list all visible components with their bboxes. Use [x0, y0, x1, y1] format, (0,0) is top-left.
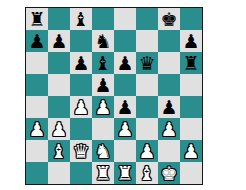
- piece-white-rook-e1: ♜: [116, 162, 133, 184]
- square-e7[interactable]: [114, 30, 136, 52]
- square-a1[interactable]: [26, 162, 48, 184]
- square-g2[interactable]: [158, 140, 180, 162]
- square-d4[interactable]: ♟: [92, 96, 114, 118]
- piece-white-pawn-h2: ♟: [182, 140, 199, 162]
- chess-board: ♜♝♚♟♟♞♟♟♝♟♛♜♟♟♟♟♟♟♟♟♟♝♛♞♟♟♜♜♝♚: [25, 7, 203, 185]
- square-b7[interactable]: ♟: [48, 30, 70, 52]
- square-d5[interactable]: ♟: [92, 74, 114, 96]
- chess-board-grid: ♜♝♚♟♟♞♟♟♝♟♛♜♟♟♟♟♟♟♟♟♟♝♛♞♟♟♜♜♝♚: [26, 8, 202, 184]
- square-c6[interactable]: ♟: [70, 52, 92, 74]
- square-d2[interactable]: ♞: [92, 140, 114, 162]
- square-h7[interactable]: ♟: [180, 30, 202, 52]
- piece-white-queen-c2: ♛: [72, 140, 89, 162]
- piece-black-pawn-e4: ♟: [116, 96, 133, 118]
- square-a5[interactable]: [26, 74, 48, 96]
- square-h1[interactable]: [180, 162, 202, 184]
- square-b5[interactable]: [48, 74, 70, 96]
- square-f2[interactable]: ♟: [136, 140, 158, 162]
- piece-black-bishop-c8: ♝: [72, 8, 89, 30]
- square-c7[interactable]: [70, 30, 92, 52]
- piece-black-pawn-a7: ♟: [28, 30, 45, 52]
- square-e4[interactable]: ♟: [114, 96, 136, 118]
- piece-white-pawn-e3: ♟: [116, 118, 133, 140]
- piece-white-bishop-f1: ♝: [138, 162, 155, 184]
- square-f1[interactable]: ♝: [136, 162, 158, 184]
- square-d1[interactable]: ♜: [92, 162, 114, 184]
- square-h8[interactable]: [180, 8, 202, 30]
- square-f5[interactable]: [136, 74, 158, 96]
- piece-black-pawn-c6: ♟: [72, 52, 89, 74]
- piece-black-queen-f6: ♛: [138, 52, 155, 74]
- square-c4[interactable]: ♟: [70, 96, 92, 118]
- square-c3[interactable]: [70, 118, 92, 140]
- piece-black-pawn-g4: ♟: [160, 96, 177, 118]
- piece-white-pawn-a3: ♟: [28, 118, 45, 140]
- square-h6[interactable]: ♜: [180, 52, 202, 74]
- square-a8[interactable]: ♜: [26, 8, 48, 30]
- square-f7[interactable]: [136, 30, 158, 52]
- piece-white-pawn-c4: ♟: [72, 96, 89, 118]
- square-a7[interactable]: ♟: [26, 30, 48, 52]
- square-e3[interactable]: ♟: [114, 118, 136, 140]
- piece-black-king-g8: ♚: [160, 8, 177, 30]
- square-h2[interactable]: ♟: [180, 140, 202, 162]
- square-d8[interactable]: [92, 8, 114, 30]
- piece-white-pawn-g3: ♟: [160, 118, 177, 140]
- square-h4[interactable]: [180, 96, 202, 118]
- square-g5[interactable]: [158, 74, 180, 96]
- square-c1[interactable]: [70, 162, 92, 184]
- square-e6[interactable]: ♟: [114, 52, 136, 74]
- square-d7[interactable]: ♞: [92, 30, 114, 52]
- square-g4[interactable]: ♟: [158, 96, 180, 118]
- piece-white-pawn-b3: ♟: [50, 118, 67, 140]
- square-f4[interactable]: [136, 96, 158, 118]
- square-b4[interactable]: [48, 96, 70, 118]
- square-b6[interactable]: [48, 52, 70, 74]
- square-e8[interactable]: [114, 8, 136, 30]
- piece-white-bishop-b2: ♝: [50, 140, 67, 162]
- square-g3[interactable]: ♟: [158, 118, 180, 140]
- square-d3[interactable]: [92, 118, 114, 140]
- square-a6[interactable]: [26, 52, 48, 74]
- square-b3[interactable]: ♟: [48, 118, 70, 140]
- square-a4[interactable]: [26, 96, 48, 118]
- piece-black-bishop-d6: ♝: [94, 52, 111, 74]
- piece-white-rook-d1: ♜: [94, 162, 111, 184]
- square-f3[interactable]: [136, 118, 158, 140]
- square-h5[interactable]: [180, 74, 202, 96]
- piece-white-pawn-d4: ♟: [94, 96, 111, 118]
- square-e2[interactable]: [114, 140, 136, 162]
- piece-black-pawn-d5: ♟: [94, 74, 111, 96]
- piece-black-knight-d7: ♞: [94, 30, 111, 52]
- square-f6[interactable]: ♛: [136, 52, 158, 74]
- square-g8[interactable]: ♚: [158, 8, 180, 30]
- square-b8[interactable]: [48, 8, 70, 30]
- piece-black-pawn-h7: ♟: [182, 30, 199, 52]
- square-c5[interactable]: [70, 74, 92, 96]
- square-c8[interactable]: ♝: [70, 8, 92, 30]
- piece-white-king-g1: ♚: [160, 162, 177, 184]
- square-e1[interactable]: ♜: [114, 162, 136, 184]
- square-a3[interactable]: ♟: [26, 118, 48, 140]
- square-b1[interactable]: [48, 162, 70, 184]
- square-g1[interactable]: ♚: [158, 162, 180, 184]
- square-g6[interactable]: [158, 52, 180, 74]
- square-h3[interactable]: [180, 118, 202, 140]
- piece-white-knight-d2: ♞: [94, 140, 111, 162]
- piece-black-rook-h6: ♜: [182, 52, 199, 74]
- piece-black-pawn-b7: ♟: [50, 30, 67, 52]
- square-c2[interactable]: ♛: [70, 140, 92, 162]
- square-f8[interactable]: [136, 8, 158, 30]
- square-e5[interactable]: [114, 74, 136, 96]
- square-g7[interactable]: [158, 30, 180, 52]
- square-d6[interactable]: ♝: [92, 52, 114, 74]
- piece-white-pawn-f2: ♟: [138, 140, 155, 162]
- piece-black-rook-a8: ♜: [28, 8, 45, 30]
- piece-black-pawn-e6: ♟: [116, 52, 133, 74]
- square-a2[interactable]: [26, 140, 48, 162]
- square-b2[interactable]: ♝: [48, 140, 70, 162]
